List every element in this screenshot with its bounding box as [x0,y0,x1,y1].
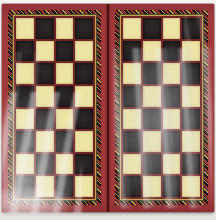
square-e5[interactable] [123,86,141,107]
inner-green-line-left [12,14,97,201]
square-f1[interactable] [143,176,161,197]
square-c2[interactable] [56,154,74,175]
square-g8[interactable] [163,18,181,39]
square-e2[interactable] [123,154,141,175]
square-g1[interactable] [163,176,181,197]
square-c5[interactable] [56,86,74,107]
square-b6[interactable] [36,63,54,84]
square-f7[interactable] [143,41,161,62]
square-b2[interactable] [36,154,54,175]
square-a1[interactable] [16,176,34,197]
decorative-trim-left [8,10,101,205]
square-e3[interactable] [123,131,141,152]
square-g3[interactable] [163,131,181,152]
inner-gold-line-left [13,15,96,200]
square-g4[interactable] [163,109,181,130]
square-b3[interactable] [36,131,54,152]
square-a7[interactable] [16,41,34,62]
square-g2[interactable] [163,154,181,175]
square-h1[interactable] [182,176,200,197]
square-c8[interactable] [56,18,74,39]
square-d3[interactable] [75,131,93,152]
square-c6[interactable] [56,63,74,84]
inner-green-line-right [119,14,204,201]
square-h2[interactable] [182,154,200,175]
square-d6[interactable] [75,63,93,84]
inner-gold-line-right [120,15,203,200]
decorative-trim-right [115,10,208,205]
square-g5[interactable] [163,86,181,107]
square-h7[interactable] [182,41,200,62]
square-a3[interactable] [16,131,34,152]
square-c1[interactable] [56,176,74,197]
square-h6[interactable] [182,63,200,84]
square-e4[interactable] [123,109,141,130]
square-e6[interactable] [123,63,141,84]
square-e1[interactable] [123,176,141,197]
square-d5[interactable] [75,86,93,107]
board-left-half [2,4,105,212]
square-g6[interactable] [163,63,181,84]
square-f6[interactable] [143,63,161,84]
square-b7[interactable] [36,41,54,62]
square-a5[interactable] [16,86,34,107]
square-d7[interactable] [75,41,93,62]
square-h8[interactable] [182,18,200,39]
square-h3[interactable] [182,131,200,152]
square-g7[interactable] [163,41,181,62]
square-e7[interactable] [123,41,141,62]
square-a2[interactable] [16,154,34,175]
square-h5[interactable] [182,86,200,107]
square-a8[interactable] [16,18,34,39]
square-c7[interactable] [56,41,74,62]
square-f8[interactable] [143,18,161,39]
square-f5[interactable] [143,86,161,107]
square-b5[interactable] [36,86,54,107]
square-f3[interactable] [143,131,161,152]
square-b8[interactable] [36,18,54,39]
square-h4[interactable] [182,109,200,130]
square-f4[interactable] [143,109,161,130]
checkerboard-grid-left [14,16,95,199]
square-c3[interactable] [56,131,74,152]
square-e8[interactable] [123,18,141,39]
square-b4[interactable] [36,109,54,130]
square-a6[interactable] [16,63,34,84]
square-d2[interactable] [75,154,93,175]
square-d8[interactable] [75,18,93,39]
checkerboard-grid-right [121,16,202,199]
board-photo [0,0,216,220]
square-b1[interactable] [36,176,54,197]
folding-game-board [2,4,214,212]
square-f2[interactable] [143,154,161,175]
square-d4[interactable] [75,109,93,130]
square-c4[interactable] [56,109,74,130]
square-a4[interactable] [16,109,34,130]
square-d1[interactable] [75,176,93,197]
board-right-half [111,4,214,212]
